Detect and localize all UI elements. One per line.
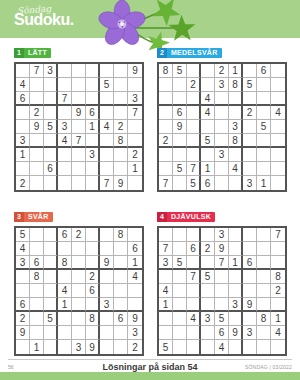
cell-r2c5: 9: [215, 242, 229, 256]
cell-r2c6: [86, 242, 100, 256]
cell-r3c4: [201, 256, 215, 270]
cell-r8c3: [187, 326, 201, 340]
cell-r8c7: [100, 162, 114, 176]
cell-r6c6: [86, 298, 100, 312]
cell-r8c6: 4: [229, 162, 243, 176]
cell-r7c7: [243, 312, 257, 326]
cell-r2c4: [201, 78, 215, 92]
cell-r1c6: [86, 228, 100, 242]
cell-r4c1: [159, 106, 173, 120]
cell-r8c8: [114, 326, 128, 340]
cell-r2c1: [159, 78, 173, 92]
cell-r6c3: [187, 298, 201, 312]
cell-r6c6: [86, 134, 100, 148]
cell-r6c9: [128, 298, 142, 312]
cell-r9c9: 2: [128, 340, 142, 354]
difficulty-number: 1: [14, 48, 24, 58]
cell-r5c8: [114, 284, 128, 298]
cell-r6c5: [215, 298, 229, 312]
cell-r3c5: [72, 92, 86, 106]
cell-r9c6: [229, 176, 243, 190]
cell-r5c8: 5: [257, 120, 271, 134]
cell-r5c3: [187, 120, 201, 134]
cell-r4c3: [187, 106, 201, 120]
cell-r6c1: 2: [159, 134, 173, 148]
cell-r9c2: 1: [30, 340, 44, 354]
puzzle-section-2: 2 MEDELSVÅR 8521623854642493525835714756…: [157, 41, 287, 192]
cell-r4c9: 7: [128, 106, 142, 120]
cell-r1c1: 5: [16, 228, 30, 242]
cell-r1c4: [58, 64, 72, 78]
cell-r1c3: [187, 228, 201, 242]
cell-r6c7: [243, 134, 257, 148]
cell-r3c6: 1: [229, 256, 243, 270]
cell-r3c2: [173, 92, 187, 106]
cell-r9c8: 1: [257, 176, 271, 190]
cell-r7c8: [257, 148, 271, 162]
cell-r5c3: [187, 284, 201, 298]
cell-r7c9: 1: [271, 312, 285, 326]
cell-r3c7: [100, 92, 114, 106]
cell-r9c7: 7: [100, 176, 114, 190]
cell-r5c2: [30, 284, 44, 298]
cell-r7c1: 2: [16, 312, 30, 326]
cell-r1c2: [30, 228, 44, 242]
cell-r2c4: [58, 242, 72, 256]
cell-r8c5: [72, 162, 86, 176]
cell-r8c9: 4: [271, 326, 285, 340]
cell-r9c3: [44, 176, 58, 190]
cell-r6c8: [257, 298, 271, 312]
cell-r9c1: 5: [159, 340, 173, 354]
cell-r6c1: 1: [159, 298, 173, 312]
cell-r7c3: 4: [187, 312, 201, 326]
cell-r9c8: 9: [114, 176, 128, 190]
difficulty-number: 2: [157, 48, 167, 58]
cell-r2c2: [30, 78, 44, 92]
cell-r5c1: [16, 284, 30, 298]
cell-r2c6: [229, 242, 243, 256]
cell-r5c4: [201, 120, 215, 134]
cell-r1c7: [243, 64, 257, 78]
cell-r2c8: [114, 242, 128, 256]
cell-r6c6: 3: [229, 298, 243, 312]
difficulty-badge-4: 4 DJÄVULSK: [157, 212, 215, 222]
cell-r7c7: [243, 148, 257, 162]
cell-r6c7: 9: [243, 298, 257, 312]
cell-r8c8: [257, 162, 271, 176]
cell-r9c7: [243, 340, 257, 354]
cell-r5c2: 9: [30, 120, 44, 134]
cell-r3c8: [114, 256, 128, 270]
cell-r9c8: [257, 340, 271, 354]
cell-r8c5: 6: [215, 326, 229, 340]
cell-r8c6: 9: [229, 326, 243, 340]
cell-r8c2: 5: [173, 162, 187, 176]
cell-r7c2: [173, 148, 187, 162]
cell-r9c7: 3: [243, 176, 257, 190]
cell-r8c8: [257, 326, 271, 340]
cell-r8c1: 9: [16, 326, 30, 340]
cell-r2c6: [86, 78, 100, 92]
cell-r9c3: [44, 340, 58, 354]
cell-r3c6: [86, 256, 100, 270]
cell-r8c6: [86, 162, 100, 176]
difficulty-number: 4: [157, 212, 167, 222]
cell-r7c3: [187, 148, 201, 162]
cell-r7c7: [100, 148, 114, 162]
cell-r4c7: [243, 270, 257, 284]
cell-r9c5: 4: [215, 340, 229, 354]
cell-r1c4: 6: [58, 228, 72, 242]
cell-r9c4: [58, 340, 72, 354]
cell-r6c8: [257, 134, 271, 148]
cell-r1c6: 1: [229, 64, 243, 78]
cell-r4c4: 4: [201, 106, 215, 120]
cell-r1c4: [201, 228, 215, 242]
cell-r8c9: 1: [128, 162, 142, 176]
cell-r3c8: [114, 92, 128, 106]
cell-r5c7: [243, 284, 257, 298]
cell-r2c2: [30, 242, 44, 256]
cell-r3c5: [215, 92, 229, 106]
cell-r3c3: [44, 256, 58, 270]
cell-r2c9: [128, 78, 142, 92]
cell-r9c6: 9: [86, 340, 100, 354]
cell-r9c7: [100, 340, 114, 354]
cell-r5c7: [243, 120, 257, 134]
cell-r3c6: [86, 92, 100, 106]
cell-r6c2: [173, 134, 187, 148]
cell-r2c8: [257, 242, 271, 256]
cell-r1c7: [243, 228, 257, 242]
cell-r1c1: [16, 64, 30, 78]
cell-r3c8: [257, 92, 271, 106]
cell-r4c4: [58, 270, 72, 284]
cell-r5c6: [229, 284, 243, 298]
cell-r4c5: [72, 270, 86, 284]
cell-r3c5: 7: [215, 256, 229, 270]
cell-r6c5: [215, 134, 229, 148]
cell-r8c2: [30, 162, 44, 176]
cell-r9c2: [30, 176, 44, 190]
cell-r3c7: 9: [100, 256, 114, 270]
cell-r6c7: [100, 134, 114, 148]
cell-r7c5: [72, 148, 86, 162]
cell-r4c1: [16, 106, 30, 120]
cell-r1c7: [100, 228, 114, 242]
cell-r3c6: [229, 92, 243, 106]
cell-r5c8: 2: [114, 120, 128, 134]
cell-r4c2: [173, 270, 187, 284]
cell-r5c7: 4: [100, 120, 114, 134]
cell-r5c1: 4: [159, 284, 173, 298]
cell-r9c9: [128, 176, 142, 190]
cell-r7c9: [271, 148, 285, 162]
cell-r5c3: [44, 284, 58, 298]
cell-r9c8: [114, 340, 128, 354]
cell-r5c7: [100, 284, 114, 298]
cell-r1c5: 2: [72, 228, 86, 242]
cell-r6c4: 5: [201, 134, 215, 148]
cell-r7c7: [100, 312, 114, 326]
cell-r4c3: 7: [187, 270, 201, 284]
cell-r9c1: 2: [16, 176, 30, 190]
cell-r1c9: 9: [128, 64, 142, 78]
cell-r3c8: [257, 256, 271, 270]
cell-r6c4: 4: [58, 134, 72, 148]
cell-r5c8: [257, 284, 271, 298]
cell-r8c1: [16, 162, 30, 176]
cell-r5c3: 5: [44, 120, 58, 134]
cell-r6c3: [44, 134, 58, 148]
cell-r8c5: [215, 162, 229, 176]
cell-r7c6: [229, 148, 243, 162]
difficulty-label: MEDELSVÅR: [167, 48, 222, 58]
difficulty-label: LÄTT: [24, 48, 51, 58]
cell-r5c1: [159, 120, 173, 134]
cell-r7c5: 3: [215, 148, 229, 162]
cell-r2c7: 5: [243, 78, 257, 92]
cell-r2c9: 6: [128, 242, 142, 256]
sudoku-grid-2: 852162385464249352583571475631: [157, 62, 287, 192]
cell-r2c7: [243, 242, 257, 256]
cell-r7c1: [159, 312, 173, 326]
issue-info: SÖNDAG | 03/2022: [245, 364, 292, 370]
cell-r9c5: 3: [72, 340, 86, 354]
cell-r2c7: 5: [100, 78, 114, 92]
cell-r3c9: [271, 256, 285, 270]
cell-r9c4: [58, 176, 72, 190]
cell-r8c1: [159, 162, 173, 176]
cell-r6c3: [44, 298, 58, 312]
cell-r2c3: [44, 242, 58, 256]
cell-r8c3: 7: [187, 162, 201, 176]
cell-r7c4: [58, 148, 72, 162]
difficulty-number: 3: [14, 212, 24, 222]
cell-r3c1: 6: [16, 92, 30, 106]
cell-r1c9: [128, 228, 142, 242]
cell-r1c5: 2: [215, 64, 229, 78]
difficulty-label: SVÅR: [24, 212, 53, 222]
cell-r4c5: [215, 106, 229, 120]
cell-r3c4: 8: [58, 256, 72, 270]
cell-r2c2: [173, 78, 187, 92]
difficulty-badge-3: 3 SVÅR: [14, 212, 53, 222]
cell-r6c1: 3: [16, 134, 30, 148]
cell-r2c1: 7: [159, 242, 173, 256]
cell-r5c5: [215, 284, 229, 298]
cell-r4c7: [100, 270, 114, 284]
cell-r5c4: 4: [58, 284, 72, 298]
cell-r2c4: 2: [201, 242, 215, 256]
cell-r2c1: 4: [16, 78, 30, 92]
cell-r6c9: [128, 134, 142, 148]
cell-r1c1: [159, 228, 173, 242]
cell-r9c6: [86, 176, 100, 190]
cell-r2c2: [173, 242, 187, 256]
cell-r7c3: [44, 148, 58, 162]
cell-r7c9: 2: [128, 148, 142, 162]
cell-r7c8: [114, 148, 128, 162]
cell-r6c9: [271, 298, 285, 312]
cell-r4c9: 4: [271, 106, 285, 120]
cell-r6c6: 8: [229, 134, 243, 148]
cell-r4c4: [58, 106, 72, 120]
cell-r5c9: [128, 120, 142, 134]
cell-r7c5: [72, 312, 86, 326]
difficulty-label: DJÄVULSK: [167, 212, 215, 222]
cell-r4c9: 4: [128, 270, 142, 284]
cell-r5c4: 3: [58, 120, 72, 134]
cell-r4c6: 6: [86, 106, 100, 120]
cell-r4c2: 2: [30, 106, 44, 120]
cell-r7c2: [173, 312, 187, 326]
cell-r7c6: 3: [86, 148, 100, 162]
cell-r3c5: [72, 256, 86, 270]
cell-r8c7: [243, 162, 257, 176]
cell-r7c3: 5: [44, 312, 58, 326]
cell-r6c2: [173, 298, 187, 312]
cell-r3c4: 7: [58, 92, 72, 106]
cell-r5c5: [215, 120, 229, 134]
cell-r7c1: [159, 148, 173, 162]
cell-r9c4: 6: [201, 176, 215, 190]
cell-r7c9: 9: [128, 312, 142, 326]
cell-r3c9: 3: [128, 92, 142, 106]
cell-r6c5: 7: [72, 134, 86, 148]
bottom-green-bar: [0, 372, 300, 380]
cell-r1c9: 7: [271, 228, 285, 242]
cell-r8c4: [58, 162, 72, 176]
cell-r4c6: [229, 106, 243, 120]
cell-r9c3: [187, 340, 201, 354]
cell-r1c8: [257, 228, 271, 242]
cell-r9c1: [16, 340, 30, 354]
cell-r3c7: 6: [243, 256, 257, 270]
cell-r1c5: [72, 64, 86, 78]
cell-r1c7: [100, 64, 114, 78]
cell-r5c5: [72, 120, 86, 134]
cell-r6c2: [30, 134, 44, 148]
cell-r8c4: [58, 326, 72, 340]
cell-r1c6: [229, 228, 243, 242]
cell-r2c6: 8: [229, 78, 243, 92]
cell-r4c3: [44, 106, 58, 120]
cell-r2c5: [72, 242, 86, 256]
cell-r8c3: 6: [44, 162, 58, 176]
cell-r2c3: [44, 78, 58, 92]
cell-r5c9: [271, 120, 285, 134]
cell-r5c9: 2: [271, 284, 285, 298]
sudoku-grid-1: 739456732967953142347813261279: [14, 62, 144, 192]
puzzle-section-4: 4 DJÄVULSK 37762935716758421394358169345…: [157, 205, 287, 356]
cell-r2c3: 6: [187, 242, 201, 256]
cell-r1c5: 3: [215, 228, 229, 242]
cell-r8c4: [201, 326, 215, 340]
cell-r3c2: 6: [30, 256, 44, 270]
cell-r4c9: 8: [271, 270, 285, 284]
cell-r8c9: [271, 162, 285, 176]
cell-r6c2: [30, 298, 44, 312]
cell-r3c2: 5: [173, 256, 187, 270]
cell-r6c4: [201, 298, 215, 312]
cell-r8c1: [159, 326, 173, 340]
cell-r6c8: [114, 298, 128, 312]
cell-r3c9: 1: [128, 256, 142, 270]
cell-r1c3: 3: [44, 64, 58, 78]
cell-r4c5: 9: [72, 106, 86, 120]
cell-r4c6: 2: [86, 270, 100, 284]
cell-r9c9: [271, 340, 285, 354]
cell-r3c1: 3: [16, 256, 30, 270]
cell-r3c7: [243, 92, 257, 106]
cell-r5c5: [72, 284, 86, 298]
cell-r6c9: [271, 134, 285, 148]
cell-r4c1: [159, 270, 173, 284]
cell-r2c3: 2: [187, 78, 201, 92]
cell-r7c5: 5: [215, 312, 229, 326]
cell-r1c2: 7: [30, 64, 44, 78]
cell-r1c9: [271, 64, 285, 78]
cell-r4c8: [257, 270, 271, 284]
cell-r4c8: [257, 106, 271, 120]
cell-r9c4: [201, 340, 215, 354]
cell-r4c4: 5: [201, 270, 215, 284]
cell-r5c9: [128, 284, 142, 298]
footer-divider: [8, 359, 292, 360]
cell-r6c8: 8: [114, 134, 128, 148]
cell-r4c7: 2: [243, 106, 257, 120]
cell-r1c6: [86, 64, 100, 78]
cell-r7c1: 1: [16, 148, 30, 162]
cell-r7c2: [30, 148, 44, 162]
cell-r4c8: [114, 106, 128, 120]
cell-r7c6: [229, 312, 243, 326]
puzzle-section-1: 1 LÄTT 739456732967953142347813261279: [14, 41, 144, 192]
cell-r9c9: [271, 176, 285, 190]
cell-r1c3: [187, 64, 201, 78]
sudoku-grid-4: 377629357167584213943581693454: [157, 226, 287, 356]
cell-r1c3: [44, 228, 58, 242]
cell-r6c5: [72, 298, 86, 312]
cell-r7c4: [58, 312, 72, 326]
cell-r6c1: 6: [16, 298, 30, 312]
cell-r2c5: [72, 78, 86, 92]
cell-r9c6: [229, 340, 243, 354]
cell-r8c9: 3: [128, 326, 142, 340]
cell-r3c1: [159, 92, 173, 106]
cell-r5c6: 1: [86, 120, 100, 134]
cell-r2c9: [271, 78, 285, 92]
cell-r9c2: [173, 176, 187, 190]
cell-r4c2: 6: [173, 106, 187, 120]
cell-r8c2: [173, 326, 187, 340]
cell-r6c7: 3: [100, 298, 114, 312]
cell-r7c4: 3: [201, 312, 215, 326]
cell-r1c2: 5: [173, 64, 187, 78]
cell-r1c2: [173, 228, 187, 242]
cell-r2c1: 4: [16, 242, 30, 256]
cell-r2c8: [257, 78, 271, 92]
puzzle-section-3: 3 SVÅR 562846368918244661325869931392: [14, 205, 144, 356]
cell-r4c3: [44, 270, 58, 284]
cell-r5c2: [173, 284, 187, 298]
cell-r4c7: [100, 106, 114, 120]
cell-r4c2: 8: [30, 270, 44, 284]
sudoku-grid-3: 562846368918244661325869931392: [14, 226, 144, 356]
cell-r3c3: [187, 92, 201, 106]
